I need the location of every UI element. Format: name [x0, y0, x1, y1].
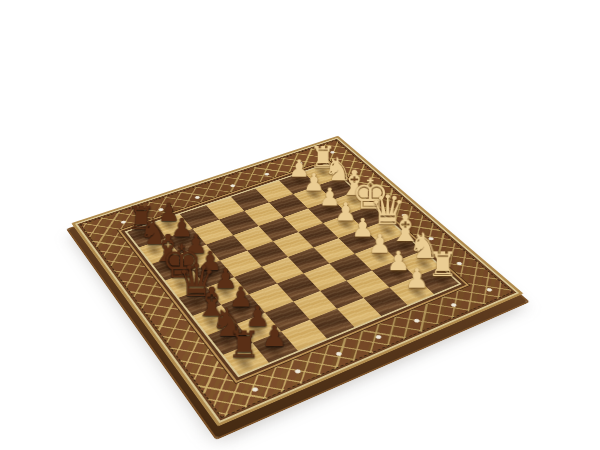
board-scene: ♜♞♝♚♛♝♞♜♟♟♟♟♟♟♟♟♟♟♟♟♟♟♟♟♜♞♝♚♛♝♞♜ [0, 0, 600, 450]
product-photo: ♜♞♝♚♛♝♞♜♟♟♟♟♟♟♟♟♟♟♟♟♟♟♟♟♜♞♝♚♛♝♞♜ [0, 0, 600, 450]
chess-board: ♜♞♝♚♛♝♞♜♟♟♟♟♟♟♟♟♟♟♟♟♟♟♟♟♜♞♝♚♛♝♞♜ [71, 136, 524, 427]
rook-icon: ♜ [428, 247, 458, 281]
pawn-icon: ♟ [262, 322, 288, 351]
pawn-icon: ♟ [405, 265, 429, 292]
rook-icon: ♜ [227, 326, 260, 363]
